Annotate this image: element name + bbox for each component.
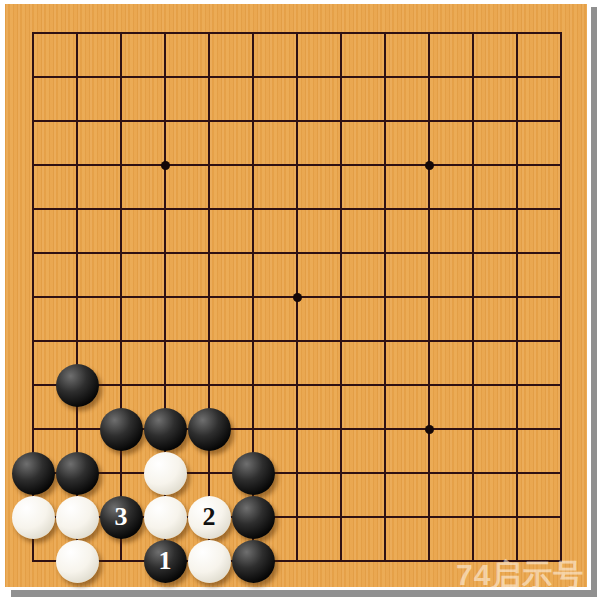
stone-black xyxy=(144,408,187,451)
stone-white xyxy=(56,496,99,539)
star-point xyxy=(425,161,434,170)
stone-white xyxy=(188,540,231,583)
move-number-label: 1 xyxy=(159,548,172,574)
stone-black-move-3: 3 xyxy=(100,496,143,539)
stone-black-move-1: 1 xyxy=(144,540,187,583)
stone-black xyxy=(12,452,55,495)
star-point xyxy=(293,293,302,302)
watermark: 74启示号 xyxy=(456,555,584,596)
stone-black xyxy=(232,496,275,539)
stone-white xyxy=(144,452,187,495)
stone-white-move-2: 2 xyxy=(188,496,231,539)
stone-black xyxy=(56,364,99,407)
go-board: 321 74启示号 xyxy=(5,4,587,587)
stone-black xyxy=(232,452,275,495)
star-point xyxy=(425,425,434,434)
stone-black xyxy=(56,452,99,495)
stone-white xyxy=(12,496,55,539)
move-number-label: 2 xyxy=(203,504,216,530)
stone-white xyxy=(144,496,187,539)
board-shadow-right xyxy=(591,7,597,596)
stone-white xyxy=(56,540,99,583)
stone-black xyxy=(100,408,143,451)
move-number-label: 3 xyxy=(115,504,128,530)
stone-black xyxy=(232,540,275,583)
star-point xyxy=(161,161,170,170)
page: 321 74启示号 xyxy=(0,0,600,600)
stone-black xyxy=(188,408,231,451)
